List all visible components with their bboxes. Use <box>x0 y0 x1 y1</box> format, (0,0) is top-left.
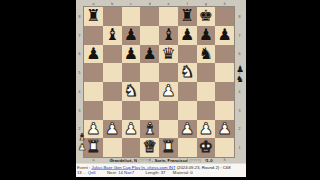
white-rook: ♜ <box>159 138 178 157</box>
captured-white-bishop: ♝ <box>76 132 88 142</box>
square-d5[interactable] <box>140 63 159 82</box>
black-king: ♚ <box>197 7 216 26</box>
square-b1[interactable] <box>103 138 122 157</box>
rank-label-3: 3 <box>76 101 83 120</box>
square-b2[interactable]: ♟ <box>103 120 122 139</box>
square-a6[interactable]: ♟ <box>84 45 103 64</box>
file-label-g: g <box>197 1 216 6</box>
black-queen: ♛ <box>159 45 178 64</box>
rank-label-6: 6 <box>236 45 243 64</box>
square-d6[interactable]: ♟ <box>140 45 159 64</box>
event-line: Event : Julius Baer Gen Cup Play In, che… <box>77 165 247 170</box>
square-h6[interactable] <box>215 45 234 64</box>
square-c3[interactable] <box>122 101 141 120</box>
next-label: Next: <box>107 170 117 175</box>
move-number: 13 <box>77 170 82 175</box>
square-f7[interactable]: ♟ <box>178 26 197 45</box>
white-pawn: ♟ <box>197 120 216 139</box>
white-queen: ♛ <box>140 138 159 157</box>
white-pawn: ♟ <box>103 120 122 139</box>
square-a3[interactable] <box>84 101 103 120</box>
material-label: Material: <box>173 170 189 175</box>
square-c8[interactable] <box>122 7 141 26</box>
square-g5[interactable] <box>197 63 216 82</box>
square-d1[interactable]: ♛ <box>140 138 159 157</box>
black-pawn: ♟ <box>215 26 234 45</box>
black-bishop: ♝ <box>103 26 122 45</box>
file-label-c: c <box>122 1 141 6</box>
square-b6[interactable] <box>103 45 122 64</box>
white-pawn: ♟ <box>178 120 197 139</box>
captured-white-pieces-tray: ♝♟ <box>76 132 88 152</box>
square-h8[interactable] <box>215 7 234 26</box>
square-c1[interactable] <box>122 138 141 157</box>
info-panel: Event : Julius Baer Gen Cup Play In, che… <box>76 163 246 177</box>
square-d8[interactable] <box>140 7 159 26</box>
square-c5[interactable] <box>122 63 141 82</box>
captured-white-pawn: ♟ <box>76 142 88 152</box>
video-frame: { "game": "chess", "position": { "fen": … <box>0 0 320 180</box>
square-a7[interactable] <box>84 26 103 45</box>
rank-label-6: 6 <box>76 45 83 64</box>
file-label-a: a <box>84 1 103 6</box>
square-f1[interactable] <box>178 138 197 157</box>
rank-label-8: 8 <box>236 7 243 26</box>
square-e8[interactable] <box>159 7 178 26</box>
square-d7[interactable] <box>140 26 159 45</box>
chess-viewer-panel: abcdefgh ♜♜♚♝♟♝♟♟♟♟♟♟♛♞♞♞♟♟♟♟♝♟♟♟♜♛♜♚ 87… <box>76 0 246 176</box>
captured-black-pawn: ♟ <box>234 64 246 74</box>
black-bishop: ♝ <box>159 26 178 45</box>
captured-black-knight: ♞ <box>234 74 246 84</box>
rank-label-3: 3 <box>236 101 243 120</box>
square-g2[interactable]: ♟ <box>197 120 216 139</box>
moves-status-line: 13 ... Qe6 Next: 14 Nxe7 Length: 37 Mate… <box>77 170 247 175</box>
square-a8[interactable]: ♜ <box>84 7 103 26</box>
square-b4[interactable] <box>103 82 122 101</box>
square-e1[interactable]: ♜ <box>159 138 178 157</box>
square-h5[interactable] <box>215 63 234 82</box>
square-g6[interactable]: ♞ <box>197 45 216 64</box>
rank-label-1: 1 <box>236 138 243 157</box>
black-pawn: ♟ <box>84 45 103 64</box>
rank-label-7: 7 <box>76 26 83 45</box>
file-label-e: e <box>159 1 178 6</box>
rank-label-2: 2 <box>236 120 243 139</box>
square-e6[interactable]: ♛ <box>159 45 178 64</box>
event-link[interactable]: Julius Baer Gen Cup Play In, chess.com I… <box>91 165 175 170</box>
white-knight: ♞ <box>122 82 141 101</box>
white-pawn: ♟ <box>122 120 141 139</box>
rank-label-5: 5 <box>76 63 83 82</box>
file-label-h: h <box>215 1 234 6</box>
black-pawn: ♟ <box>140 45 159 64</box>
next-move-value: 14 Nxe7 <box>118 170 134 175</box>
square-e3[interactable] <box>159 101 178 120</box>
square-b7[interactable]: ♝ <box>103 26 122 45</box>
square-g1[interactable]: ♚ <box>197 138 216 157</box>
square-g4[interactable] <box>197 82 216 101</box>
rank-label-7: 7 <box>236 26 243 45</box>
square-d2[interactable]: ♝ <box>140 120 159 139</box>
file-labels-top: abcdefgh <box>84 1 234 6</box>
square-e7[interactable]: ♝ <box>159 26 178 45</box>
square-f8[interactable]: ♜ <box>178 7 197 26</box>
square-f6[interactable] <box>178 45 197 64</box>
file-label-d: d <box>140 1 159 6</box>
rank-label-4: 4 <box>236 82 243 101</box>
chess-board[interactable]: ♜♜♚♝♟♝♟♟♟♟♟♟♛♞♞♞♟♟♟♟♝♟♟♟♜♛♜♚ <box>84 7 234 157</box>
square-h2[interactable]: ♟ <box>215 120 234 139</box>
black-rook: ♜ <box>84 7 103 26</box>
square-a4[interactable] <box>84 82 103 101</box>
black-pawn: ♟ <box>122 45 141 64</box>
material-value: 0 <box>190 170 192 175</box>
square-a5[interactable] <box>84 63 103 82</box>
captured-black-pieces-tray: ♟♞ <box>234 64 246 84</box>
square-g7[interactable]: ♟ <box>197 26 216 45</box>
square-h7[interactable]: ♟ <box>215 26 234 45</box>
square-c7[interactable]: ♟ <box>122 26 141 45</box>
square-f3[interactable] <box>178 101 197 120</box>
file-label-b: b <box>103 1 122 6</box>
white-pawn: ♟ <box>215 120 234 139</box>
black-rook: ♜ <box>178 7 197 26</box>
square-d4[interactable] <box>140 82 159 101</box>
white-king: ♚ <box>197 138 216 157</box>
rank-label-4: 4 <box>76 82 83 101</box>
black-pawn: ♟ <box>178 26 197 45</box>
last-move: ... Qe6 <box>83 170 96 175</box>
square-h3[interactable] <box>215 101 234 120</box>
black-knight: ♞ <box>197 45 216 64</box>
square-h1[interactable] <box>215 138 234 157</box>
event-label: Event : <box>77 165 90 170</box>
square-b5[interactable] <box>103 63 122 82</box>
square-g8[interactable]: ♚ <box>197 7 216 26</box>
square-e4[interactable]: ♟ <box>159 82 178 101</box>
square-h4[interactable] <box>215 82 234 101</box>
white-bishop: ♝ <box>140 120 159 139</box>
square-c2[interactable]: ♟ <box>122 120 141 139</box>
square-f5[interactable]: ♞ <box>178 63 197 82</box>
square-b8[interactable] <box>103 7 122 26</box>
black-pawn: ♟ <box>197 26 216 45</box>
length-label: Length: <box>145 170 159 175</box>
length-value: 37 <box>161 170 166 175</box>
square-d3[interactable] <box>140 101 159 120</box>
square-c4[interactable]: ♞ <box>122 82 141 101</box>
white-pawn: ♟ <box>159 82 178 101</box>
file-label-f: f <box>178 1 197 6</box>
square-b3[interactable] <box>103 101 122 120</box>
white-knight: ♞ <box>178 63 197 82</box>
square-g3[interactable] <box>197 101 216 120</box>
rank-label-8: 8 <box>76 7 83 26</box>
square-e5[interactable] <box>159 63 178 82</box>
square-f2[interactable]: ♟ <box>178 120 197 139</box>
square-e2[interactable] <box>159 120 178 139</box>
square-f4[interactable] <box>178 82 197 101</box>
black-pawn: ♟ <box>122 26 141 45</box>
square-c6[interactable]: ♟ <box>122 45 141 64</box>
event-details: (2024.09.23, Round 2) : C68 <box>177 165 231 170</box>
